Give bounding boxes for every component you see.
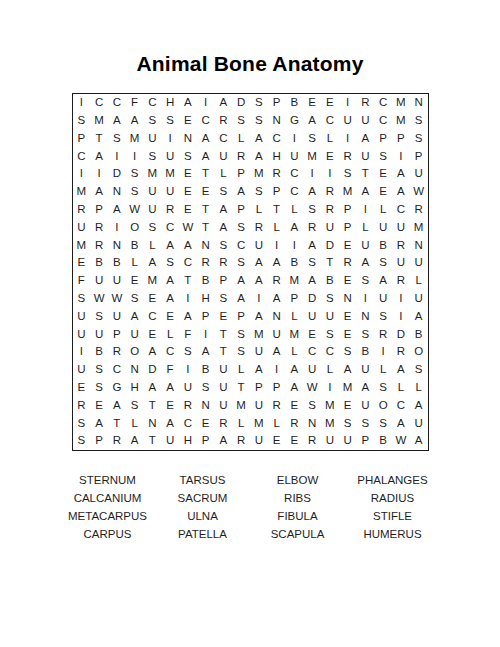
grid-cell[interactable]: R <box>215 254 233 272</box>
grid-cell[interactable]: A <box>286 361 304 379</box>
grid-cell[interactable]: L <box>161 325 179 343</box>
grid-cell[interactable]: P <box>339 219 357 237</box>
grid-cell[interactable]: U <box>357 147 375 165</box>
grid-cell[interactable]: C <box>179 254 197 272</box>
grid-cell[interactable]: S <box>126 165 144 183</box>
grid-cell[interactable]: I <box>339 130 357 148</box>
grid-cell[interactable]: I <box>90 165 108 183</box>
grid-cell[interactable]: E <box>374 183 392 201</box>
grid-cell[interactable]: I <box>392 147 410 165</box>
grid-cell[interactable]: I <box>197 94 215 112</box>
grid-cell[interactable]: U <box>357 236 375 254</box>
grid-cell[interactable]: W <box>179 219 197 237</box>
grid-cell[interactable]: E <box>339 397 357 415</box>
grid-cell[interactable]: L <box>392 379 410 397</box>
grid-cell[interactable]: S <box>73 290 91 308</box>
grid-cell[interactable]: U <box>286 147 304 165</box>
grid-cell[interactable]: I <box>321 379 339 397</box>
grid-cell[interactable]: M <box>144 165 162 183</box>
grid-cell[interactable]: D <box>108 165 126 183</box>
grid-cell[interactable]: U <box>250 432 268 450</box>
grid-cell[interactable]: P <box>268 379 286 397</box>
grid-cell[interactable]: P <box>250 379 268 397</box>
grid-cell[interactable]: A <box>410 397 428 415</box>
grid-cell[interactable]: E <box>321 94 339 112</box>
grid-cell[interactable]: S <box>197 379 215 397</box>
grid-cell[interactable]: A <box>126 112 144 130</box>
grid-cell[interactable]: S <box>144 112 162 130</box>
grid-cell[interactable]: S <box>144 219 162 237</box>
grid-cell[interactable]: D <box>321 236 339 254</box>
grid-cell[interactable]: I <box>108 147 126 165</box>
grid-cell[interactable]: P <box>374 130 392 148</box>
grid-cell[interactable]: U <box>250 397 268 415</box>
grid-cell[interactable]: C <box>90 94 108 112</box>
grid-cell[interactable]: N <box>126 361 144 379</box>
grid-cell[interactable]: W <box>126 201 144 219</box>
grid-cell[interactable]: S <box>179 147 197 165</box>
grid-cell[interactable]: C <box>232 236 250 254</box>
grid-cell[interactable]: U <box>90 325 108 343</box>
grid-cell[interactable]: C <box>144 308 162 326</box>
grid-cell[interactable]: A <box>215 219 233 237</box>
grid-cell[interactable]: U <box>410 290 428 308</box>
grid-cell[interactable]: I <box>268 361 286 379</box>
grid-cell[interactable]: R <box>392 343 410 361</box>
grid-cell[interactable]: E <box>303 325 321 343</box>
grid-cell[interactable]: U <box>144 201 162 219</box>
grid-cell[interactable]: U <box>144 183 162 201</box>
grid-cell[interactable]: P <box>232 165 250 183</box>
grid-cell[interactable]: L <box>232 414 250 432</box>
grid-cell[interactable]: U <box>374 290 392 308</box>
grid-cell[interactable]: I <box>73 94 91 112</box>
grid-cell[interactable]: P <box>90 201 108 219</box>
grid-cell[interactable]: D <box>232 94 250 112</box>
grid-cell[interactable]: N <box>268 308 286 326</box>
grid-cell[interactable]: R <box>321 183 339 201</box>
grid-cell[interactable]: E <box>161 308 179 326</box>
grid-cell[interactable]: S <box>215 290 233 308</box>
grid-cell[interactable]: S <box>126 397 144 415</box>
grid-cell[interactable]: A <box>286 379 304 397</box>
grid-cell[interactable]: U <box>321 219 339 237</box>
grid-cell[interactable]: R <box>303 432 321 450</box>
grid-cell[interactable]: A <box>126 308 144 326</box>
grid-cell[interactable]: U <box>161 147 179 165</box>
grid-cell[interactable]: S <box>410 130 428 148</box>
grid-cell[interactable]: A <box>90 183 108 201</box>
grid-cell[interactable]: R <box>392 272 410 290</box>
grid-cell[interactable]: T <box>90 130 108 148</box>
grid-cell[interactable]: R <box>268 397 286 415</box>
grid-cell[interactable]: N <box>339 290 357 308</box>
grid-cell[interactable]: A <box>161 272 179 290</box>
grid-cell[interactable]: I <box>321 165 339 183</box>
grid-cell[interactable]: A <box>90 147 108 165</box>
grid-cell[interactable]: R <box>90 219 108 237</box>
grid-cell[interactable]: S <box>339 414 357 432</box>
grid-cell[interactable]: E <box>73 379 91 397</box>
grid-cell[interactable]: W <box>410 183 428 201</box>
grid-cell[interactable]: U <box>161 432 179 450</box>
grid-cell[interactable]: T <box>321 254 339 272</box>
grid-cell[interactable]: L <box>126 254 144 272</box>
grid-cell[interactable]: M <box>126 130 144 148</box>
grid-cell[interactable]: M <box>73 183 91 201</box>
grid-cell[interactable]: A <box>357 130 375 148</box>
grid-cell[interactable]: A <box>144 254 162 272</box>
grid-cell[interactable]: M <box>303 147 321 165</box>
grid-cell[interactable]: C <box>321 343 339 361</box>
grid-cell[interactable]: U <box>321 432 339 450</box>
grid-cell[interactable]: F <box>161 361 179 379</box>
grid-cell[interactable]: L <box>126 414 144 432</box>
grid-cell[interactable]: C <box>161 343 179 361</box>
grid-cell[interactable]: A <box>268 254 286 272</box>
grid-cell[interactable]: B <box>374 432 392 450</box>
grid-cell[interactable]: M <box>90 112 108 130</box>
grid-cell[interactable]: A <box>215 201 233 219</box>
grid-cell[interactable]: P <box>357 432 375 450</box>
grid-cell[interactable]: G <box>286 112 304 130</box>
grid-cell[interactable]: B <box>286 254 304 272</box>
grid-cell[interactable]: I <box>197 325 215 343</box>
grid-cell[interactable]: S <box>161 254 179 272</box>
grid-cell[interactable]: U <box>410 165 428 183</box>
grid-cell[interactable]: S <box>250 94 268 112</box>
grid-cell[interactable]: E <box>339 308 357 326</box>
grid-cell[interactable]: O <box>126 219 144 237</box>
grid-cell[interactable]: L <box>374 361 392 379</box>
grid-cell[interactable]: A <box>144 343 162 361</box>
grid-cell[interactable]: D <box>144 361 162 379</box>
grid-cell[interactable]: H <box>179 432 197 450</box>
grid-cell[interactable]: P <box>197 308 215 326</box>
grid-cell[interactable]: R <box>232 432 250 450</box>
grid-cell[interactable]: S <box>161 112 179 130</box>
grid-cell[interactable]: R <box>303 219 321 237</box>
grid-cell[interactable]: U <box>268 325 286 343</box>
grid-cell[interactable]: M <box>321 397 339 415</box>
grid-cell[interactable]: I <box>374 343 392 361</box>
grid-cell[interactable]: P <box>73 130 91 148</box>
grid-cell[interactable]: B <box>357 343 375 361</box>
grid-cell[interactable]: R <box>197 254 215 272</box>
grid-cell[interactable]: L <box>232 361 250 379</box>
grid-cell[interactable]: P <box>108 325 126 343</box>
grid-cell[interactable]: I <box>250 290 268 308</box>
grid-cell[interactable]: C <box>392 201 410 219</box>
grid-cell[interactable]: U <box>250 343 268 361</box>
grid-cell[interactable]: L <box>268 414 286 432</box>
grid-cell[interactable]: M <box>161 165 179 183</box>
grid-cell[interactable]: C <box>197 112 215 130</box>
grid-cell[interactable]: A <box>108 397 126 415</box>
grid-cell[interactable]: N <box>303 414 321 432</box>
grid-cell[interactable]: I <box>286 130 304 148</box>
grid-cell[interactable]: E <box>286 432 304 450</box>
grid-cell[interactable]: E <box>179 165 197 183</box>
grid-cell[interactable]: I <box>179 290 197 308</box>
grid-cell[interactable]: U <box>321 308 339 326</box>
grid-cell[interactable]: I <box>268 236 286 254</box>
grid-cell[interactable]: T <box>108 414 126 432</box>
grid-cell[interactable]: M <box>339 183 357 201</box>
grid-cell[interactable]: P <box>215 272 233 290</box>
grid-cell[interactable]: A <box>357 379 375 397</box>
grid-cell[interactable]: C <box>108 361 126 379</box>
grid-cell[interactable]: F <box>73 272 91 290</box>
grid-cell[interactable]: S <box>250 112 268 130</box>
grid-cell[interactable]: A <box>250 254 268 272</box>
grid-cell[interactable]: A <box>179 308 197 326</box>
grid-cell[interactable]: L <box>374 201 392 219</box>
grid-cell[interactable]: A <box>232 290 250 308</box>
grid-cell[interactable]: S <box>179 343 197 361</box>
grid-cell[interactable]: M <box>250 325 268 343</box>
grid-cell[interactable]: C <box>303 343 321 361</box>
grid-cell[interactable]: L <box>232 130 250 148</box>
grid-cell[interactable]: A <box>250 361 268 379</box>
grid-cell[interactable]: R <box>410 201 428 219</box>
grid-cell[interactable]: A <box>108 112 126 130</box>
grid-cell[interactable]: A <box>179 94 197 112</box>
grid-cell[interactable]: N <box>410 236 428 254</box>
grid-cell[interactable]: E <box>126 272 144 290</box>
grid-cell[interactable]: S <box>215 236 233 254</box>
grid-cell[interactable]: U <box>215 361 233 379</box>
grid-cell[interactable]: S <box>126 290 144 308</box>
grid-cell[interactable]: S <box>303 201 321 219</box>
grid-cell[interactable]: R <box>215 414 233 432</box>
grid-cell[interactable]: L <box>410 379 428 397</box>
grid-cell[interactable]: E <box>339 236 357 254</box>
grid-cell[interactable]: S <box>357 272 375 290</box>
grid-cell[interactable]: E <box>197 183 215 201</box>
grid-cell[interactable]: U <box>374 219 392 237</box>
grid-cell[interactable]: D <box>392 325 410 343</box>
grid-cell[interactable]: A <box>392 183 410 201</box>
grid-cell[interactable]: E <box>144 290 162 308</box>
grid-cell[interactable]: A <box>126 432 144 450</box>
grid-cell[interactable]: A <box>179 236 197 254</box>
grid-cell[interactable]: M <box>392 112 410 130</box>
grid-cell[interactable]: N <box>410 94 428 112</box>
grid-cell[interactable]: A <box>250 130 268 148</box>
grid-cell[interactable]: E <box>179 201 197 219</box>
grid-cell[interactable]: C <box>108 94 126 112</box>
grid-cell[interactable]: C <box>374 112 392 130</box>
grid-cell[interactable]: M <box>232 397 250 415</box>
grid-cell[interactable]: S <box>250 183 268 201</box>
grid-cell[interactable]: A <box>268 343 286 361</box>
grid-cell[interactable]: I <box>73 165 91 183</box>
grid-cell[interactable]: M <box>144 272 162 290</box>
grid-cell[interactable]: S <box>410 361 428 379</box>
grid-cell[interactable]: C <box>144 94 162 112</box>
grid-cell[interactable]: I <box>357 290 375 308</box>
grid-cell[interactable]: C <box>215 130 233 148</box>
grid-cell[interactable]: S <box>144 147 162 165</box>
grid-cell[interactable]: S <box>374 414 392 432</box>
grid-cell[interactable]: U <box>90 272 108 290</box>
grid-cell[interactable]: L <box>215 165 233 183</box>
grid-cell[interactable]: E <box>197 414 215 432</box>
grid-cell[interactable]: I <box>73 343 91 361</box>
grid-cell[interactable]: N <box>108 183 126 201</box>
grid-cell[interactable]: T <box>144 432 162 450</box>
grid-cell[interactable]: S <box>357 325 375 343</box>
grid-cell[interactable]: P <box>286 290 304 308</box>
grid-cell[interactable]: A <box>357 183 375 201</box>
grid-cell[interactable]: S <box>73 414 91 432</box>
grid-cell[interactable]: O <box>410 343 428 361</box>
grid-cell[interactable]: T <box>215 325 233 343</box>
grid-cell[interactable]: A <box>161 236 179 254</box>
grid-cell[interactable]: U <box>339 432 357 450</box>
grid-cell[interactable]: R <box>357 94 375 112</box>
grid-cell[interactable]: U <box>357 361 375 379</box>
grid-cell[interactable]: A <box>161 290 179 308</box>
grid-cell[interactable]: H <box>161 94 179 112</box>
grid-cell[interactable]: U <box>357 397 375 415</box>
grid-cell[interactable]: E <box>286 397 304 415</box>
grid-cell[interactable]: S <box>108 130 126 148</box>
grid-cell[interactable]: A <box>197 130 215 148</box>
grid-cell[interactable]: L <box>321 130 339 148</box>
grid-cell[interactable]: C <box>268 130 286 148</box>
grid-cell[interactable]: A <box>232 183 250 201</box>
grid-cell[interactable]: U <box>215 147 233 165</box>
grid-cell[interactable]: S <box>374 308 392 326</box>
grid-cell[interactable]: T <box>179 272 197 290</box>
grid-cell[interactable]: U <box>303 361 321 379</box>
grid-cell[interactable]: R <box>374 325 392 343</box>
grid-cell[interactable]: R <box>90 236 108 254</box>
grid-cell[interactable]: A <box>161 379 179 397</box>
grid-cell[interactable]: A <box>410 308 428 326</box>
grid-cell[interactable]: C <box>161 219 179 237</box>
grid-cell[interactable]: R <box>339 147 357 165</box>
grid-cell[interactable]: A <box>392 361 410 379</box>
grid-cell[interactable]: E <box>339 272 357 290</box>
grid-cell[interactable]: A <box>392 165 410 183</box>
grid-cell[interactable]: E <box>161 397 179 415</box>
grid-cell[interactable]: P <box>197 432 215 450</box>
grid-cell[interactable]: U <box>73 361 91 379</box>
grid-cell[interactable]: S <box>90 308 108 326</box>
grid-cell[interactable]: S <box>321 290 339 308</box>
grid-cell[interactable]: C <box>321 112 339 130</box>
grid-cell[interactable]: R <box>73 397 91 415</box>
grid-cell[interactable]: P <box>232 201 250 219</box>
grid-cell[interactable]: R <box>73 201 91 219</box>
grid-cell[interactable]: C <box>286 165 304 183</box>
grid-cell[interactable]: T <box>215 343 233 361</box>
grid-cell[interactable]: L <box>250 201 268 219</box>
grid-cell[interactable]: U <box>108 272 126 290</box>
grid-cell[interactable]: U <box>144 130 162 148</box>
grid-cell[interactable]: R <box>392 236 410 254</box>
grid-cell[interactable]: P <box>392 130 410 148</box>
grid-cell[interactable]: A <box>303 112 321 130</box>
grid-cell[interactable]: I <box>392 308 410 326</box>
grid-cell[interactable]: U <box>392 219 410 237</box>
grid-cell[interactable]: R <box>268 165 286 183</box>
grid-cell[interactable]: S <box>90 379 108 397</box>
grid-cell[interactable]: A <box>215 432 233 450</box>
grid-cell[interactable]: T <box>197 201 215 219</box>
grid-cell[interactable]: C <box>374 94 392 112</box>
grid-cell[interactable]: U <box>339 112 357 130</box>
grid-cell[interactable]: A <box>215 94 233 112</box>
grid-cell[interactable]: U <box>392 254 410 272</box>
grid-cell[interactable]: P <box>268 183 286 201</box>
grid-cell[interactable]: S <box>357 414 375 432</box>
grid-cell[interactable]: N <box>144 414 162 432</box>
grid-cell[interactable]: I <box>179 361 197 379</box>
grid-cell[interactable]: A <box>303 183 321 201</box>
grid-cell[interactable]: L <box>286 343 304 361</box>
grid-cell[interactable]: M <box>73 236 91 254</box>
grid-cell[interactable]: L <box>286 308 304 326</box>
grid-cell[interactable]: U <box>108 308 126 326</box>
grid-cell[interactable]: U <box>215 397 233 415</box>
grid-cell[interactable]: A <box>357 254 375 272</box>
grid-cell[interactable]: P <box>339 201 357 219</box>
grid-cell[interactable]: I <box>108 219 126 237</box>
grid-cell[interactable]: W <box>303 379 321 397</box>
grid-cell[interactable]: S <box>339 343 357 361</box>
grid-cell[interactable]: S <box>90 361 108 379</box>
grid-cell[interactable]: E <box>179 183 197 201</box>
grid-cell[interactable]: N <box>197 397 215 415</box>
grid-cell[interactable]: B <box>108 254 126 272</box>
grid-cell[interactable]: S <box>303 130 321 148</box>
grid-cell[interactable]: C <box>392 397 410 415</box>
grid-cell[interactable]: S <box>232 343 250 361</box>
grid-cell[interactable]: M <box>392 94 410 112</box>
grid-cell[interactable]: N <box>357 308 375 326</box>
grid-cell[interactable]: G <box>108 379 126 397</box>
grid-cell[interactable]: U <box>250 236 268 254</box>
grid-cell[interactable]: U <box>73 219 91 237</box>
grid-cell[interactable]: R <box>108 432 126 450</box>
grid-cell[interactable]: A <box>197 343 215 361</box>
grid-cell[interactable]: M <box>286 272 304 290</box>
grid-cell[interactable]: H <box>197 290 215 308</box>
grid-cell[interactable]: E <box>73 254 91 272</box>
grid-cell[interactable]: N <box>179 130 197 148</box>
grid-cell[interactable]: S <box>126 183 144 201</box>
grid-cell[interactable]: A <box>144 379 162 397</box>
grid-cell[interactable]: U <box>179 379 197 397</box>
grid-cell[interactable]: H <box>268 147 286 165</box>
grid-cell[interactable]: L <box>286 201 304 219</box>
grid-cell[interactable]: A <box>108 201 126 219</box>
grid-cell[interactable]: O <box>126 343 144 361</box>
grid-cell[interactable]: S <box>339 165 357 183</box>
grid-cell[interactable]: M <box>250 165 268 183</box>
grid-cell[interactable]: L <box>410 272 428 290</box>
grid-cell[interactable]: S <box>73 432 91 450</box>
grid-cell[interactable]: S <box>374 147 392 165</box>
grid-cell[interactable]: I <box>126 147 144 165</box>
grid-cell[interactable]: R <box>286 414 304 432</box>
grid-cell[interactable]: M <box>339 379 357 397</box>
grid-cell[interactable]: A <box>268 290 286 308</box>
